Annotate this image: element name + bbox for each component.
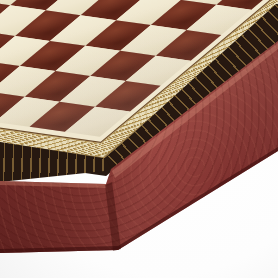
chessboard-product-photo <box>0 0 278 278</box>
